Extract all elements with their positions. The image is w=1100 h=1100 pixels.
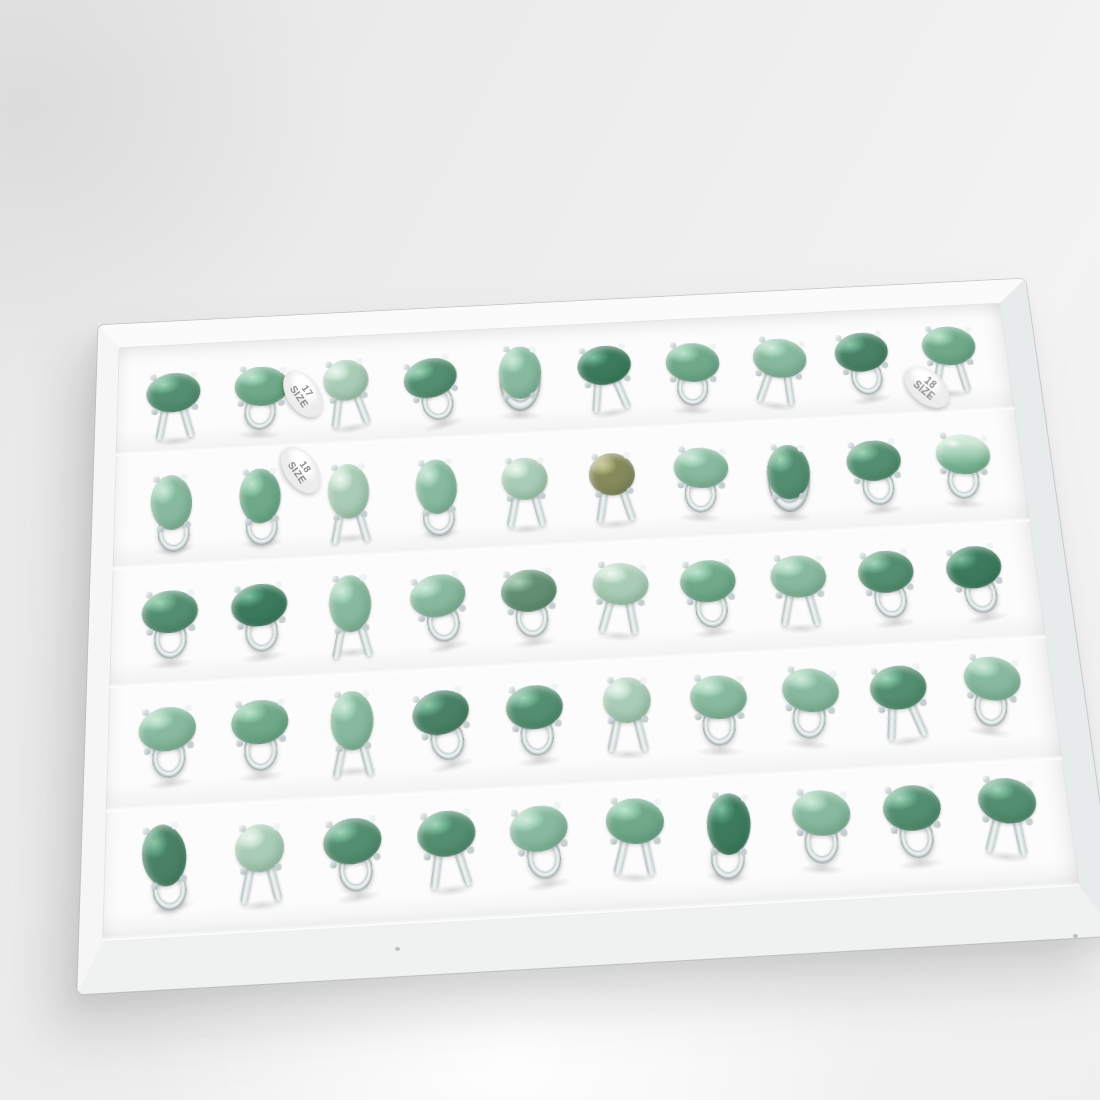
- ring-r1c9: [822, 320, 908, 412]
- ring-r1c8: [740, 327, 816, 417]
- ring-r1c7: [658, 334, 728, 418]
- tray-slot: [488, 660, 585, 784]
- gem-stone: [781, 666, 840, 714]
- ring-r3c7: [669, 547, 752, 644]
- ring-r2c6: [574, 442, 653, 534]
- tray-slot: [475, 330, 566, 440]
- tray-slot: [913, 414, 1014, 528]
- ring-r3c6: [582, 552, 658, 646]
- gem-stone: [769, 555, 827, 598]
- tray-slot: [862, 759, 968, 888]
- ring-r5c9: [870, 771, 959, 876]
- tray-slot: [578, 655, 677, 779]
- tray-slot: [117, 800, 213, 930]
- ring-r4c4: [398, 672, 492, 782]
- tray-slot: [305, 445, 395, 560]
- tray-slot: [669, 651, 770, 775]
- ring-r4c9: [856, 651, 946, 754]
- ring-r3c4: [396, 558, 485, 662]
- tray-slot: [126, 454, 217, 569]
- gem-stone: [866, 662, 930, 713]
- tray-slot: [585, 774, 686, 903]
- ring-r2c7: [665, 438, 736, 527]
- tray-slot: [397, 665, 492, 789]
- ring-r3c2: [221, 570, 301, 670]
- ring-r3c9: [845, 537, 932, 635]
- tray-slot: [838, 527, 940, 645]
- ring-r4c8: [771, 655, 848, 754]
- tray-slot: [816, 313, 913, 422]
- ring-r5c2: [221, 811, 299, 916]
- gem-stone: [792, 789, 850, 836]
- gem-stone: [504, 682, 565, 732]
- gem-stone: [606, 798, 664, 844]
- ring-r1c5: [486, 339, 556, 424]
- tray-slot: [120, 680, 214, 805]
- tray-slot: [940, 636, 1046, 759]
- ring-r3c5: [490, 556, 572, 654]
- ring-r2c4: [399, 451, 477, 545]
- gem-stone: [978, 775, 1037, 825]
- ring-r5c5: [496, 789, 587, 900]
- ring-r5c7: [690, 785, 767, 887]
- ring-r2c5: [488, 448, 562, 538]
- tray-slot: [390, 335, 480, 445]
- tray-slot: [740, 422, 838, 536]
- ring-r1c1: [138, 361, 211, 452]
- tray-slot: [215, 560, 306, 680]
- ring-r4c2: [222, 687, 299, 788]
- tray-slot: [827, 418, 926, 532]
- ring-r1c2: [224, 358, 298, 442]
- ring-r4c10: [952, 643, 1030, 744]
- gem-stone: [751, 337, 808, 381]
- ring-r3c8: [761, 545, 838, 636]
- tray-slot: [661, 537, 759, 656]
- tray-slot: [759, 646, 861, 770]
- tray-slot: [214, 675, 307, 800]
- gem-stone: [321, 814, 384, 869]
- dust-speck: [395, 947, 400, 951]
- ring-r2c8: [752, 438, 826, 525]
- gem-stone: [146, 371, 201, 415]
- gem-stone: [499, 567, 559, 615]
- tray-slot: [646, 322, 740, 432]
- gem-stone: [880, 782, 944, 833]
- gem-stone: [855, 548, 917, 596]
- dust-speck: [1073, 934, 1078, 938]
- tray-slot: [400, 785, 497, 915]
- tray-slot: [479, 436, 572, 551]
- tray-slot: [954, 754, 1062, 882]
- gem-stone: [673, 447, 728, 489]
- ring-r4c5: [495, 671, 577, 772]
- ring-r2c1: [134, 465, 211, 561]
- ring-r4c6: [590, 667, 666, 762]
- ring-r4c3: [314, 682, 391, 781]
- tray-slot: [306, 670, 400, 795]
- gem-stone: [921, 327, 977, 366]
- gem-stone: [678, 558, 739, 605]
- gem-stone: [142, 588, 199, 635]
- product-photo: 17SIZE18SIZE18SIZE: [0, 0, 1100, 1100]
- ring-r3c1: [133, 578, 207, 675]
- tray-slot: [566, 431, 661, 545]
- ring-r1c4: [389, 342, 479, 441]
- tray-slot: [124, 565, 216, 685]
- tray-slot: [307, 790, 403, 920]
- tray-slot: [129, 348, 218, 459]
- gem-stone: [936, 433, 991, 476]
- gem-stone: [843, 438, 904, 484]
- ring-r4c7: [681, 665, 757, 759]
- tray-slot: [850, 641, 954, 764]
- ring-r5c4: [406, 796, 490, 903]
- gem-stone: [666, 343, 720, 382]
- tray-slot: [561, 326, 654, 436]
- gem-stone: [592, 562, 650, 607]
- ring-r3c10: [931, 531, 1024, 632]
- tray-slot: [750, 532, 850, 651]
- tray-slot: [653, 427, 749, 541]
- ring-r5c6: [597, 787, 672, 886]
- ring-r5c10: [969, 764, 1045, 867]
- gem-stone: [138, 704, 198, 755]
- tray-slot: [926, 523, 1029, 641]
- tray-slot: [213, 795, 308, 925]
- gem-stone: [963, 654, 1022, 704]
- ring-r2c3: [312, 456, 387, 549]
- gem-stone: [230, 580, 289, 630]
- ring-r3c3: [313, 567, 389, 664]
- tray-slot: [305, 555, 397, 675]
- ring-r2c10: [928, 424, 1000, 513]
- tray-slot: [572, 541, 669, 660]
- ring-r2c9: [834, 428, 919, 522]
- gem-stone: [415, 807, 477, 860]
- tray-slot: [731, 317, 827, 427]
- ring-r1c6: [566, 333, 648, 425]
- ring-r4c1: [129, 693, 208, 796]
- gem-stone: [690, 675, 748, 719]
- tray-slot: [483, 546, 578, 665]
- tray-slot: [394, 551, 487, 670]
- tray-slot: [770, 764, 875, 893]
- gem-stone: [234, 367, 290, 406]
- tray-slot: [392, 440, 483, 555]
- ring-r5c3: [311, 802, 397, 911]
- ring-r5c8: [784, 778, 860, 878]
- ring-r5c1: [122, 810, 212, 924]
- tray-slot: [901, 309, 1000, 418]
- tray-slot: [492, 779, 591, 909]
- gem-stone: [231, 698, 290, 747]
- tray-slot: [677, 769, 780, 898]
